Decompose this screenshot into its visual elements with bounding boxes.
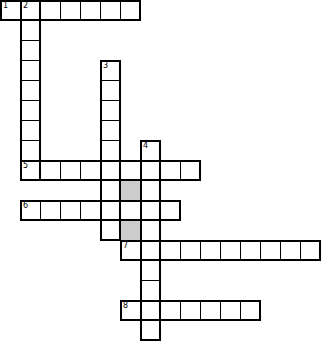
cell[interactable] xyxy=(20,20,41,41)
cell[interactable]: 4 xyxy=(140,140,161,161)
cell[interactable] xyxy=(140,280,161,301)
shaded-cell xyxy=(120,220,141,241)
cell[interactable]: 3 xyxy=(100,60,121,81)
cell[interactable] xyxy=(140,200,161,221)
cell[interactable] xyxy=(140,160,161,181)
cell[interactable] xyxy=(20,60,41,81)
cell[interactable] xyxy=(80,200,101,221)
cell[interactable] xyxy=(40,160,61,181)
cell[interactable] xyxy=(140,240,161,261)
cell[interactable]: 6 xyxy=(20,200,41,221)
cell[interactable] xyxy=(160,300,181,321)
cell[interactable]: 8 xyxy=(120,300,141,321)
cell[interactable] xyxy=(220,240,241,261)
cell[interactable] xyxy=(100,200,121,221)
clue-number: 5 xyxy=(23,161,28,170)
cell[interactable] xyxy=(200,300,221,321)
shaded-cell xyxy=(120,180,141,201)
cell[interactable] xyxy=(160,160,181,181)
cell[interactable]: 1 xyxy=(0,0,21,21)
cell[interactable] xyxy=(80,160,101,181)
crossword-board: 12345678 xyxy=(0,0,321,341)
clue-number: 7 xyxy=(123,241,128,250)
cell[interactable] xyxy=(280,240,301,261)
cell[interactable] xyxy=(200,240,221,261)
cell[interactable]: 2 xyxy=(20,0,41,21)
cell[interactable] xyxy=(80,0,101,21)
cell[interactable] xyxy=(180,300,201,321)
cell[interactable] xyxy=(140,320,161,341)
cell[interactable] xyxy=(100,100,121,121)
cell[interactable] xyxy=(40,200,61,221)
cell[interactable] xyxy=(120,0,141,21)
cell[interactable] xyxy=(100,160,121,181)
cell[interactable] xyxy=(20,40,41,61)
cell[interactable] xyxy=(100,120,121,141)
clue-number: 1 xyxy=(3,1,8,10)
clue-number: 2 xyxy=(23,1,28,10)
cell[interactable] xyxy=(140,180,161,201)
cell[interactable] xyxy=(120,160,141,181)
cell[interactable] xyxy=(180,240,201,261)
cell[interactable] xyxy=(60,160,81,181)
cell[interactable]: 7 xyxy=(120,240,141,261)
clue-number: 3 xyxy=(103,61,108,70)
clue-number: 4 xyxy=(143,141,148,150)
clue-number: 8 xyxy=(123,301,128,310)
clue-number: 6 xyxy=(23,201,28,210)
cell[interactable] xyxy=(60,200,81,221)
cell[interactable] xyxy=(60,0,81,21)
cell[interactable] xyxy=(100,0,121,21)
cell[interactable] xyxy=(20,120,41,141)
cell[interactable] xyxy=(260,240,281,261)
cell[interactable] xyxy=(300,240,321,261)
cell[interactable] xyxy=(100,180,121,201)
cell[interactable] xyxy=(20,140,41,161)
cell[interactable] xyxy=(240,240,261,261)
cell[interactable] xyxy=(240,300,261,321)
cell[interactable] xyxy=(220,300,241,321)
cell[interactable] xyxy=(140,260,161,281)
cell[interactable]: 5 xyxy=(20,160,41,181)
cell[interactable] xyxy=(100,80,121,101)
cell[interactable] xyxy=(120,200,141,221)
cell[interactable] xyxy=(20,100,41,121)
cell[interactable] xyxy=(160,240,181,261)
cell[interactable] xyxy=(140,300,161,321)
cell[interactable] xyxy=(160,200,181,221)
cell[interactable] xyxy=(140,220,161,241)
cell[interactable] xyxy=(100,140,121,161)
cell[interactable] xyxy=(100,220,121,241)
cell[interactable] xyxy=(20,80,41,101)
cell[interactable] xyxy=(180,160,201,181)
cell[interactable] xyxy=(40,0,61,21)
